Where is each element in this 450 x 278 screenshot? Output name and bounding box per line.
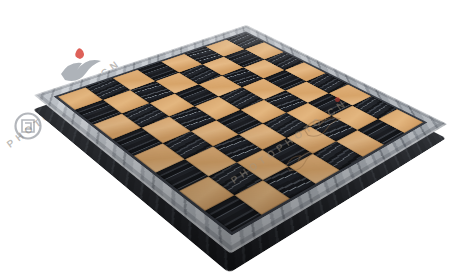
board-tilt-wrapper: [84, 0, 397, 266]
chess-board: [34, 25, 447, 253]
board-scene: [84, 0, 397, 266]
board-grid: [54, 32, 428, 236]
photo-background: PHOTOPHOTO.CN PHOTOPHOTO.CN: [0, 0, 450, 278]
